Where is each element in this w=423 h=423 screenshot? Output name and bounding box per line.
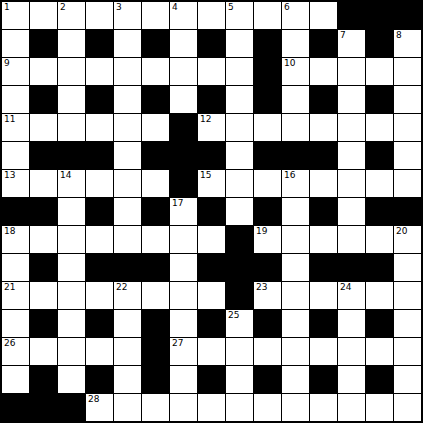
cell-r5c11[interactable] — [282, 114, 309, 141]
clue-number-10: 10 — [284, 58, 295, 69]
clue-number-9: 9 — [4, 58, 10, 69]
block-cell-r12c8 — [198, 310, 225, 337]
cell-r3c11[interactable]: 10 — [282, 58, 309, 85]
cell-r11c11[interactable] — [282, 282, 309, 309]
block-cell-r6c10 — [254, 142, 281, 169]
cell-r15c11[interactable] — [282, 394, 309, 421]
cell-r14c7[interactable] — [170, 366, 197, 393]
cell-r8c13[interactable] — [338, 198, 365, 225]
block-cell-r10c10 — [254, 254, 281, 281]
clue-number-13: 13 — [4, 170, 15, 181]
block-cell-r4c10 — [254, 86, 281, 113]
cell-r13c4[interactable] — [86, 338, 113, 365]
block-cell-r2c14 — [366, 30, 393, 57]
cell-r13c7[interactable]: 27 — [170, 338, 197, 365]
cell-r5c1[interactable]: 11 — [2, 114, 29, 141]
cell-r1c7[interactable]: 4 — [170, 2, 197, 29]
clue-number-20: 20 — [396, 226, 407, 237]
cell-r15c5[interactable] — [114, 394, 141, 421]
clue-number-16: 16 — [284, 170, 295, 181]
cell-r12c5[interactable] — [114, 310, 141, 337]
block-cell-r12c12 — [310, 310, 337, 337]
cell-r11c5[interactable]: 22 — [114, 282, 141, 309]
cell-r12c3[interactable] — [58, 310, 85, 337]
cell-r9c7[interactable] — [170, 226, 197, 253]
cell-r6c13[interactable] — [338, 142, 365, 169]
block-cell-r10c12 — [310, 254, 337, 281]
block-cell-r13c6 — [142, 338, 169, 365]
block-cell-r5c7 — [170, 114, 197, 141]
cell-r13c5[interactable] — [114, 338, 141, 365]
block-cell-r3c10 — [254, 58, 281, 85]
block-cell-r8c2 — [30, 198, 57, 225]
cell-r11c7[interactable] — [170, 282, 197, 309]
block-cell-r8c4 — [86, 198, 113, 225]
block-cell-r6c11 — [282, 142, 309, 169]
clue-number-7: 7 — [340, 30, 346, 41]
block-cell-r12c14 — [366, 310, 393, 337]
block-cell-r2c12 — [310, 30, 337, 57]
block-cell-r10c5 — [114, 254, 141, 281]
cell-r3c13[interactable] — [338, 58, 365, 85]
cell-r6c1[interactable] — [2, 142, 29, 169]
cell-r13c14[interactable] — [366, 338, 393, 365]
cell-r14c15[interactable] — [394, 366, 421, 393]
block-cell-r6c6 — [142, 142, 169, 169]
cell-r9c15[interactable]: 20 — [394, 226, 421, 253]
block-cell-r8c12 — [310, 198, 337, 225]
cell-r5c15[interactable] — [394, 114, 421, 141]
block-cell-r15c1 — [2, 394, 29, 421]
clue-number-17: 17 — [172, 198, 183, 209]
clue-number-23: 23 — [256, 282, 267, 293]
cell-r10c15[interactable] — [394, 254, 421, 281]
block-cell-r4c4 — [86, 86, 113, 113]
cell-r4c9[interactable] — [226, 86, 253, 113]
cell-r9c11[interactable] — [282, 226, 309, 253]
cell-r9c14[interactable] — [366, 226, 393, 253]
cell-r3c1[interactable]: 9 — [2, 58, 29, 85]
cell-r1c5[interactable]: 3 — [114, 2, 141, 29]
block-cell-r10c4 — [86, 254, 113, 281]
cell-r5c5[interactable] — [114, 114, 141, 141]
clue-number-14: 14 — [60, 170, 71, 181]
cell-r5c4[interactable] — [86, 114, 113, 141]
block-cell-r14c2 — [30, 366, 57, 393]
cell-r14c11[interactable] — [282, 366, 309, 393]
cell-r7c13[interactable] — [338, 170, 365, 197]
cell-r15c7[interactable] — [170, 394, 197, 421]
block-cell-r14c8 — [198, 366, 225, 393]
cell-r5c14[interactable] — [366, 114, 393, 141]
block-cell-r15c3 — [58, 394, 85, 421]
cell-r1c4[interactable] — [86, 2, 113, 29]
cell-r13c11[interactable] — [282, 338, 309, 365]
cell-r1c3[interactable]: 2 — [58, 2, 85, 29]
cell-r9c1[interactable]: 18 — [2, 226, 29, 253]
cell-r8c5[interactable] — [114, 198, 141, 225]
clue-number-27: 27 — [172, 338, 183, 349]
clue-number-6: 6 — [284, 2, 290, 13]
cell-r11c2[interactable] — [30, 282, 57, 309]
cell-r13c10[interactable] — [254, 338, 281, 365]
block-cell-r8c15 — [394, 198, 421, 225]
cell-r12c1[interactable] — [2, 310, 29, 337]
cell-r14c1[interactable] — [2, 366, 29, 393]
block-cell-r14c4 — [86, 366, 113, 393]
cell-r6c15[interactable] — [394, 142, 421, 169]
block-cell-r14c12 — [310, 366, 337, 393]
cell-r2c1[interactable] — [2, 30, 29, 57]
block-cell-r1c13 — [338, 2, 365, 29]
block-cell-r10c2 — [30, 254, 57, 281]
cell-r4c5[interactable] — [114, 86, 141, 113]
clue-number-26: 26 — [4, 338, 15, 349]
cell-r1c9[interactable]: 5 — [226, 2, 253, 29]
block-cell-r6c14 — [366, 142, 393, 169]
block-cell-r8c8 — [198, 198, 225, 225]
cell-r12c13[interactable] — [338, 310, 365, 337]
block-cell-r2c10 — [254, 30, 281, 57]
cell-r7c1[interactable]: 13 — [2, 170, 29, 197]
cell-r11c6[interactable] — [142, 282, 169, 309]
clue-number-5: 5 — [228, 2, 234, 13]
cell-r8c3[interactable] — [58, 198, 85, 225]
block-cell-r2c8 — [198, 30, 225, 57]
cell-r15c4[interactable]: 28 — [86, 394, 113, 421]
block-cell-r10c9 — [226, 254, 253, 281]
cell-r5c3[interactable] — [58, 114, 85, 141]
cell-r1c6[interactable] — [142, 2, 169, 29]
block-cell-r7c7 — [170, 170, 197, 197]
clue-number-12: 12 — [200, 114, 211, 125]
cell-r4c1[interactable] — [2, 86, 29, 113]
block-cell-r6c2 — [30, 142, 57, 169]
cell-r5c9[interactable] — [226, 114, 253, 141]
cell-r4c13[interactable] — [338, 86, 365, 113]
cell-r7c14[interactable] — [366, 170, 393, 197]
cell-r13c13[interactable] — [338, 338, 365, 365]
cell-r7c8[interactable]: 15 — [198, 170, 225, 197]
cell-r13c15[interactable] — [394, 338, 421, 365]
cell-r9c5[interactable] — [114, 226, 141, 253]
cell-r14c9[interactable] — [226, 366, 253, 393]
cell-r11c12[interactable] — [310, 282, 337, 309]
block-cell-r1c15 — [394, 2, 421, 29]
cell-r10c3[interactable] — [58, 254, 85, 281]
cell-r13c9[interactable] — [226, 338, 253, 365]
clue-number-28: 28 — [88, 394, 99, 405]
cell-r9c13[interactable] — [338, 226, 365, 253]
cell-r1c12[interactable] — [310, 2, 337, 29]
cell-r2c3[interactable] — [58, 30, 85, 57]
clue-number-21: 21 — [4, 282, 15, 293]
cell-r4c15[interactable] — [394, 86, 421, 113]
clue-number-4: 4 — [172, 2, 178, 13]
cell-r13c1[interactable]: 26 — [2, 338, 29, 365]
clue-number-3: 3 — [116, 2, 122, 13]
cell-r15c14[interactable] — [366, 394, 393, 421]
cell-r13c12[interactable] — [310, 338, 337, 365]
block-cell-r2c2 — [30, 30, 57, 57]
cell-r3c2[interactable] — [30, 58, 57, 85]
block-cell-r4c6 — [142, 86, 169, 113]
cell-r15c6[interactable] — [142, 394, 169, 421]
cell-r3c6[interactable] — [142, 58, 169, 85]
cell-r11c8[interactable] — [198, 282, 225, 309]
cell-r14c5[interactable] — [114, 366, 141, 393]
cell-r1c11[interactable]: 6 — [282, 2, 309, 29]
cell-r1c1[interactable]: 1 — [2, 2, 29, 29]
cell-r8c11[interactable] — [282, 198, 309, 225]
clue-number-1: 1 — [4, 2, 10, 13]
cell-r7c4[interactable] — [86, 170, 113, 197]
cell-r5c8[interactable]: 12 — [198, 114, 225, 141]
block-cell-r8c14 — [366, 198, 393, 225]
cell-r9c10[interactable]: 19 — [254, 226, 281, 253]
cell-r6c5[interactable] — [114, 142, 141, 169]
clue-number-18: 18 — [4, 226, 15, 237]
block-cell-r4c2 — [30, 86, 57, 113]
cell-r3c3[interactable] — [58, 58, 85, 85]
block-cell-r8c10 — [254, 198, 281, 225]
cell-r1c2[interactable] — [30, 2, 57, 29]
block-cell-r15c2 — [30, 394, 57, 421]
cell-r11c10[interactable]: 23 — [254, 282, 281, 309]
block-cell-r2c4 — [86, 30, 113, 57]
cell-r10c1[interactable] — [2, 254, 29, 281]
cell-r9c3[interactable] — [58, 226, 85, 253]
cell-r5c6[interactable] — [142, 114, 169, 141]
block-cell-r4c8 — [198, 86, 225, 113]
cell-r9c4[interactable] — [86, 226, 113, 253]
block-cell-r1c14 — [366, 2, 393, 29]
cell-r2c7[interactable] — [170, 30, 197, 57]
cell-r12c15[interactable] — [394, 310, 421, 337]
block-cell-r6c3 — [58, 142, 85, 169]
cell-r15c12[interactable] — [310, 394, 337, 421]
cell-r3c8[interactable] — [198, 58, 225, 85]
block-cell-r12c4 — [86, 310, 113, 337]
cell-r5c2[interactable] — [30, 114, 57, 141]
cell-r4c11[interactable] — [282, 86, 309, 113]
cell-r13c2[interactable] — [30, 338, 57, 365]
cell-r8c9[interactable] — [226, 198, 253, 225]
cell-r2c9[interactable] — [226, 30, 253, 57]
block-cell-r8c6 — [142, 198, 169, 225]
cell-r2c5[interactable] — [114, 30, 141, 57]
cell-r6c9[interactable] — [226, 142, 253, 169]
block-cell-r11c9 — [226, 282, 253, 309]
cell-r10c11[interactable] — [282, 254, 309, 281]
block-cell-r12c10 — [254, 310, 281, 337]
block-cell-r2c6 — [142, 30, 169, 57]
cell-r7c5[interactable] — [114, 170, 141, 197]
block-cell-r6c4 — [86, 142, 113, 169]
cell-r5c12[interactable] — [310, 114, 337, 141]
cell-r9c12[interactable] — [310, 226, 337, 253]
cell-r2c11[interactable] — [282, 30, 309, 57]
cell-r9c2[interactable] — [30, 226, 57, 253]
cell-r7c10[interactable] — [254, 170, 281, 197]
cell-r13c8[interactable] — [198, 338, 225, 365]
cell-r3c7[interactable] — [170, 58, 197, 85]
cell-r11c13[interactable]: 24 — [338, 282, 365, 309]
cell-r5c13[interactable] — [338, 114, 365, 141]
block-cell-r14c10 — [254, 366, 281, 393]
clue-number-8: 8 — [396, 30, 402, 41]
cell-r11c1[interactable]: 21 — [2, 282, 29, 309]
cell-r3c12[interactable] — [310, 58, 337, 85]
cell-r15c13[interactable] — [338, 394, 365, 421]
cell-r7c3[interactable]: 14 — [58, 170, 85, 197]
cell-r12c9[interactable]: 25 — [226, 310, 253, 337]
cell-r3c9[interactable] — [226, 58, 253, 85]
block-cell-r9c9 — [226, 226, 253, 253]
block-cell-r10c8 — [198, 254, 225, 281]
clue-number-15: 15 — [200, 170, 211, 181]
crossword-board: 1234567891011121314151617181920212223242… — [0, 0, 423, 423]
block-cell-r14c14 — [366, 366, 393, 393]
cell-r1c8[interactable] — [198, 2, 225, 29]
cell-r10c7[interactable] — [170, 254, 197, 281]
cell-r15c15[interactable] — [394, 394, 421, 421]
block-cell-r6c12 — [310, 142, 337, 169]
clue-number-22: 22 — [116, 282, 127, 293]
cell-r7c15[interactable] — [394, 170, 421, 197]
cell-r11c3[interactable] — [58, 282, 85, 309]
cell-r1c10[interactable] — [254, 2, 281, 29]
cell-r12c7[interactable] — [170, 310, 197, 337]
cell-r8c7[interactable]: 17 — [170, 198, 197, 225]
cell-r11c4[interactable] — [86, 282, 113, 309]
cell-r3c15[interactable] — [394, 58, 421, 85]
cell-r4c3[interactable] — [58, 86, 85, 113]
cell-r7c12[interactable] — [310, 170, 337, 197]
cell-r14c13[interactable] — [338, 366, 365, 393]
cell-r3c4[interactable] — [86, 58, 113, 85]
cell-r7c2[interactable] — [30, 170, 57, 197]
cell-r13c3[interactable] — [58, 338, 85, 365]
block-cell-r6c8 — [198, 142, 225, 169]
block-cell-r10c6 — [142, 254, 169, 281]
cell-r3c14[interactable] — [366, 58, 393, 85]
cell-r11c15[interactable] — [394, 282, 421, 309]
cell-r2c15[interactable]: 8 — [394, 30, 421, 57]
cell-r5c10[interactable] — [254, 114, 281, 141]
cell-r2c13[interactable]: 7 — [338, 30, 365, 57]
cell-r11c14[interactable] — [366, 282, 393, 309]
cell-r12c11[interactable] — [282, 310, 309, 337]
cell-r15c9[interactable] — [226, 394, 253, 421]
cell-r4c7[interactable] — [170, 86, 197, 113]
clue-number-2: 2 — [60, 2, 66, 13]
block-cell-r12c6 — [142, 310, 169, 337]
cell-r7c6[interactable] — [142, 170, 169, 197]
block-cell-r14c6 — [142, 366, 169, 393]
block-cell-r4c12 — [310, 86, 337, 113]
block-cell-r10c14 — [366, 254, 393, 281]
cell-r9c6[interactable] — [142, 226, 169, 253]
clue-number-11: 11 — [4, 114, 15, 125]
clue-number-24: 24 — [340, 282, 351, 293]
cell-r7c11[interactable]: 16 — [282, 170, 309, 197]
cell-r9c8[interactable] — [198, 226, 225, 253]
block-cell-r10c13 — [338, 254, 365, 281]
block-cell-r8c1 — [2, 198, 29, 225]
block-cell-r6c7 — [170, 142, 197, 169]
cell-r15c8[interactable] — [198, 394, 225, 421]
block-cell-r4c14 — [366, 86, 393, 113]
cell-r15c10[interactable] — [254, 394, 281, 421]
cell-r14c3[interactable] — [58, 366, 85, 393]
block-cell-r12c2 — [30, 310, 57, 337]
cell-r3c5[interactable] — [114, 58, 141, 85]
cell-r7c9[interactable] — [226, 170, 253, 197]
clue-number-19: 19 — [256, 226, 267, 237]
clue-number-25: 25 — [228, 310, 239, 321]
